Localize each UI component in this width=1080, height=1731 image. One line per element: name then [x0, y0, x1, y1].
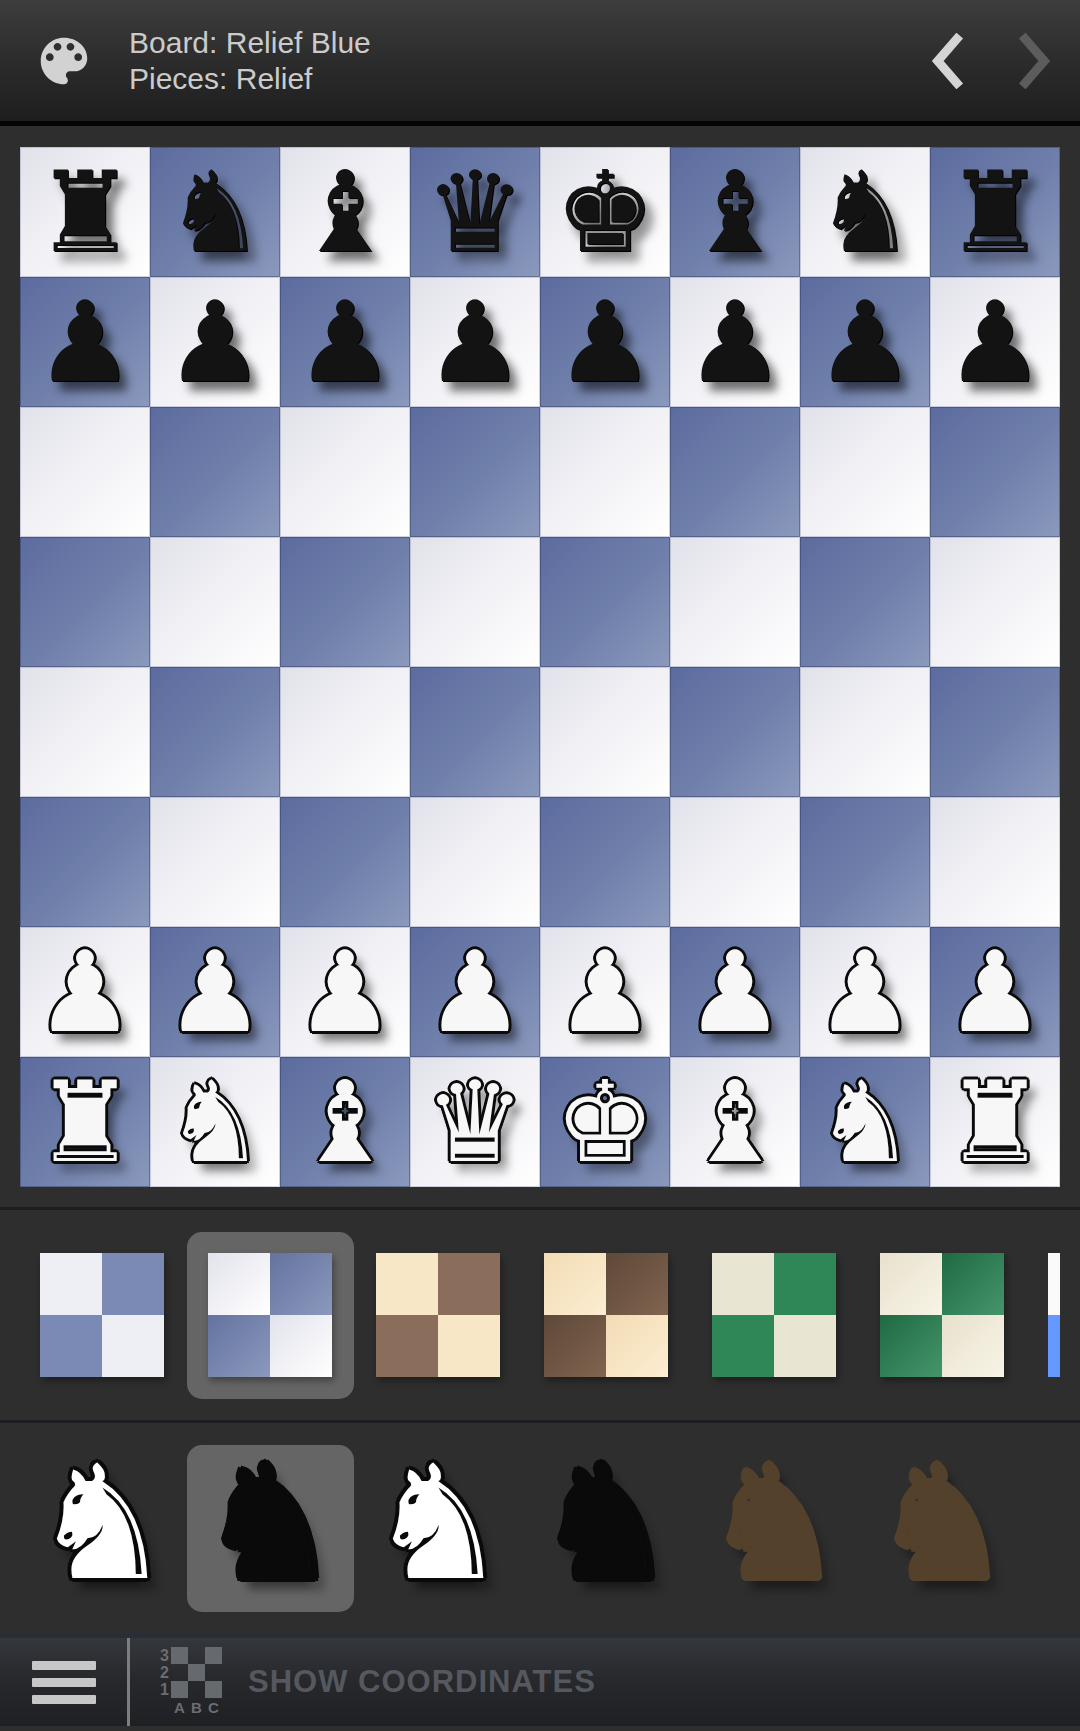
swatch-cell-light — [208, 1253, 270, 1315]
swatch-cell-light — [270, 1315, 332, 1377]
board-themes-row — [0, 1207, 1080, 1420]
hamburger-menu-icon — [32, 1661, 96, 1704]
coord-icon-cell — [171, 1664, 188, 1681]
board-theme-option-6[interactable] — [858, 1210, 1026, 1420]
piece-black-pawn: ♟ — [165, 286, 265, 398]
square-b5 — [150, 537, 280, 667]
piece-black-knight: ♞ — [815, 156, 915, 268]
square-g5 — [800, 537, 930, 667]
coordinates-board-icon: 321ABC — [156, 1647, 222, 1718]
piece-black-knight: ♞ — [165, 156, 265, 268]
square-a1: ♜ — [20, 1057, 150, 1187]
swatch-cell-dark — [880, 1315, 942, 1377]
chevron-right-icon — [1014, 33, 1054, 89]
coord-icon-cell — [188, 1664, 205, 1681]
square-g7: ♟ — [800, 277, 930, 407]
square-a8: ♜ — [20, 147, 150, 277]
square-h6 — [930, 407, 1060, 537]
coord-icon-cell — [205, 1664, 222, 1681]
board-theme-option-5[interactable] — [690, 1210, 858, 1420]
palette-icon — [33, 30, 95, 92]
square-c5 — [280, 537, 410, 667]
square-g2: ♟ — [800, 927, 930, 1057]
chevron-left-icon — [928, 33, 968, 89]
square-e8: ♚ — [540, 147, 670, 277]
square-b2: ♟ — [150, 927, 280, 1057]
piece-black-pawn: ♟ — [295, 286, 395, 398]
piece-white-knight: ♞ — [165, 1066, 265, 1178]
square-f5 — [670, 537, 800, 667]
square-d7: ♟ — [410, 277, 540, 407]
piece-black-pawn: ♟ — [35, 286, 135, 398]
piece-black-pawn: ♟ — [945, 286, 1045, 398]
square-g3 — [800, 797, 930, 927]
square-a2: ♟ — [20, 927, 150, 1057]
square-c8: ♝ — [280, 147, 410, 277]
piece-theme-option-4-white-classic-relief[interactable]: ♞ — [522, 1423, 690, 1634]
piece-black-pawn: ♟ — [685, 286, 785, 398]
pieces-theme-title: Pieces: Relief — [129, 61, 371, 97]
next-theme-button[interactable] — [1014, 0, 1054, 121]
header-bar: Board: Relief Blue Pieces: Relief — [0, 0, 1080, 126]
board-theme-option-2[interactable] — [186, 1210, 354, 1420]
square-c1: ♝ — [280, 1057, 410, 1187]
square-h4 — [930, 667, 1060, 797]
piece-theme-option-6-wood-relief[interactable]: ♞ — [858, 1423, 1026, 1634]
piece-black-pawn: ♟ — [425, 286, 525, 398]
square-c6 — [280, 407, 410, 537]
square-e3 — [540, 797, 670, 927]
swatch-cell-dark — [544, 1315, 606, 1377]
square-b3 — [150, 797, 280, 927]
square-g8: ♞ — [800, 147, 930, 277]
square-d5 — [410, 537, 540, 667]
square-g1: ♞ — [800, 1057, 930, 1187]
piece-theme-option-1-white-flat[interactable]: ♞ — [18, 1423, 186, 1634]
coord-icon-file-label: B — [188, 1698, 205, 1718]
knight-style-icon-white-classic: ♞ — [367, 1444, 509, 1602]
piece-black-rook: ♜ — [945, 156, 1045, 268]
swatch-cell-dark — [942, 1253, 1004, 1315]
swatch-cell-light — [102, 1315, 164, 1377]
square-f3 — [670, 797, 800, 927]
swatch-cell-dark — [712, 1315, 774, 1377]
square-a5 — [20, 537, 150, 667]
coord-icon-rank-label: 3 — [156, 1647, 171, 1664]
swatch-cell-light — [438, 1315, 500, 1377]
swatch-cell-light — [774, 1315, 836, 1377]
square-d4 — [410, 667, 540, 797]
header-titles: Board: Relief Blue Pieces: Relief — [129, 25, 371, 97]
piece-theme-option-2-white-relief[interactable]: ♞ — [186, 1423, 354, 1634]
coord-icon-file-label: A — [171, 1698, 188, 1718]
piece-white-pawn: ♟ — [165, 936, 265, 1048]
coord-icon-cell — [205, 1647, 222, 1664]
square-f4 — [670, 667, 800, 797]
square-d3 — [410, 797, 540, 927]
square-f6 — [670, 407, 800, 537]
piece-theme-option-5-wood[interactable]: ♞ — [690, 1423, 858, 1634]
square-d2: ♟ — [410, 927, 540, 1057]
square-c4 — [280, 667, 410, 797]
piece-black-pawn: ♟ — [815, 286, 915, 398]
knight-style-icon-wood-relief: ♞ — [871, 1444, 1013, 1602]
swatch-cell-light — [40, 1253, 102, 1315]
piece-white-rook: ♜ — [945, 1066, 1045, 1178]
board-theme-option-7-partial[interactable] — [1026, 1210, 1080, 1420]
square-c2: ♟ — [280, 927, 410, 1057]
coord-icon-cell — [171, 1647, 188, 1664]
square-h8: ♜ — [930, 147, 1060, 277]
coord-icon-cell — [188, 1681, 205, 1698]
square-a4 — [20, 667, 150, 797]
board-theme-option-3[interactable] — [354, 1210, 522, 1420]
swatch-cell-dark — [606, 1253, 668, 1315]
square-b4 — [150, 667, 280, 797]
square-g6 — [800, 407, 930, 537]
swatch-cell-light — [544, 1253, 606, 1315]
piece-white-bishop: ♝ — [295, 1066, 395, 1178]
piece-themes-row: ♞♞♞♞♞♞ — [0, 1420, 1080, 1634]
board-theme-swatch-relief-blue — [208, 1253, 332, 1377]
selected-board-theme-highlight — [187, 1232, 354, 1399]
show-coordinates-button[interactable]: 321ABC SHOW COORDINATES — [130, 1638, 1080, 1726]
board-theme-swatch-flat-green — [712, 1253, 836, 1377]
swatch-cell-dark — [438, 1253, 500, 1315]
piece-white-bishop: ♝ — [685, 1066, 785, 1178]
piece-white-rook: ♜ — [35, 1066, 135, 1178]
bottom-bar: 321ABC SHOW COORDINATES — [0, 1634, 1080, 1726]
coord-icon-cell — [171, 1681, 188, 1698]
piece-black-pawn: ♟ — [555, 286, 655, 398]
piece-white-pawn: ♟ — [425, 936, 525, 1048]
swatch-cell-light — [606, 1315, 668, 1377]
menu-button[interactable] — [0, 1638, 127, 1726]
coordinates-label: SHOW COORDINATES — [248, 1664, 596, 1700]
square-c3 — [280, 797, 410, 927]
piece-black-rook: ♜ — [35, 156, 135, 268]
swatch-cell-dark — [102, 1253, 164, 1315]
square-f8: ♝ — [670, 147, 800, 277]
piece-white-queen: ♛ — [425, 1066, 525, 1178]
swatch-cell-light — [712, 1253, 774, 1315]
square-a7: ♟ — [20, 277, 150, 407]
coord-icon-file-label: C — [205, 1698, 222, 1718]
piece-white-pawn: ♟ — [945, 936, 1045, 1048]
selected-piece-theme-highlight: ♞ — [187, 1445, 354, 1612]
coord-icon-cell — [188, 1647, 205, 1664]
square-b1: ♞ — [150, 1057, 280, 1187]
swatch-cell-dark — [774, 1253, 836, 1315]
board-theme-swatch-relief-green — [880, 1253, 1004, 1377]
square-e1: ♚ — [540, 1057, 670, 1187]
piece-black-king: ♚ — [555, 156, 655, 268]
swatch-cell-light — [880, 1253, 942, 1315]
square-d6 — [410, 407, 540, 537]
coord-icon-cell — [205, 1681, 222, 1698]
square-d1: ♛ — [410, 1057, 540, 1187]
swatch-cell-dark — [208, 1315, 270, 1377]
square-e7: ♟ — [540, 277, 670, 407]
square-h7: ♟ — [930, 277, 1060, 407]
square-a3 — [20, 797, 150, 927]
piece-white-king: ♚ — [555, 1066, 655, 1178]
chess-board: ♜♞♝♛♚♝♞♜♟♟♟♟♟♟♟♟♟♟♟♟♟♟♟♟♜♞♝♛♚♝♞♜ — [20, 147, 1060, 1187]
swatch-cell-dark — [40, 1315, 102, 1377]
knight-style-icon-white-flat: ♞ — [31, 1444, 173, 1602]
board-theme-swatch-flat-brown — [376, 1253, 500, 1377]
square-h2: ♟ — [930, 927, 1060, 1057]
piece-white-pawn: ♟ — [555, 936, 655, 1048]
square-h1: ♜ — [930, 1057, 1060, 1187]
swatch-cell-dark — [376, 1315, 438, 1377]
square-f7: ♟ — [670, 277, 800, 407]
piece-white-pawn: ♟ — [685, 936, 785, 1048]
piece-white-pawn: ♟ — [295, 936, 395, 1048]
square-e6 — [540, 407, 670, 537]
swatch-cell-light — [942, 1315, 1004, 1377]
swatch-cell-dark — [270, 1253, 332, 1315]
board-theme-title: Board: Relief Blue — [129, 25, 371, 61]
square-c7: ♟ — [280, 277, 410, 407]
square-d8: ♛ — [410, 147, 540, 277]
square-f2: ♟ — [670, 927, 800, 1057]
coord-icon-rank-label: 1 — [156, 1681, 171, 1698]
piece-black-queen: ♛ — [425, 156, 525, 268]
board-theme-swatch-next-theme-partial — [1048, 1253, 1060, 1377]
square-h3 — [930, 797, 1060, 927]
square-b7: ♟ — [150, 277, 280, 407]
board-theme-option-1[interactable] — [18, 1210, 186, 1420]
piece-theme-option-3-white-classic[interactable]: ♞ — [354, 1423, 522, 1634]
square-e5 — [540, 537, 670, 667]
square-f1: ♝ — [670, 1057, 800, 1187]
coord-icon-rank-label: 2 — [156, 1664, 171, 1681]
piece-black-bishop: ♝ — [685, 156, 785, 268]
knight-style-icon-wood: ♞ — [703, 1444, 845, 1602]
knight-style-icon-white-classic-relief: ♞ — [535, 1444, 677, 1602]
piece-black-bishop: ♝ — [295, 156, 395, 268]
board-theme-swatch-relief-brown — [544, 1253, 668, 1377]
swatch-cell-light — [376, 1253, 438, 1315]
piece-white-pawn: ♟ — [815, 936, 915, 1048]
knight-style-icon-white-relief: ♞ — [199, 1444, 341, 1602]
square-a6 — [20, 407, 150, 537]
square-b6 — [150, 407, 280, 537]
previous-theme-button[interactable] — [928, 0, 968, 121]
square-e4 — [540, 667, 670, 797]
square-b8: ♞ — [150, 147, 280, 277]
square-g4 — [800, 667, 930, 797]
board-theme-swatch-flat-blue — [40, 1253, 164, 1377]
piece-white-knight: ♞ — [815, 1066, 915, 1178]
piece-white-pawn: ♟ — [35, 936, 135, 1048]
board-preview-section: ♜♞♝♛♚♝♞♜♟♟♟♟♟♟♟♟♟♟♟♟♟♟♟♟♜♞♝♛♚♝♞♜ — [0, 126, 1080, 1207]
square-e2: ♟ — [540, 927, 670, 1057]
board-theme-option-4[interactable] — [522, 1210, 690, 1420]
square-h5 — [930, 537, 1060, 667]
